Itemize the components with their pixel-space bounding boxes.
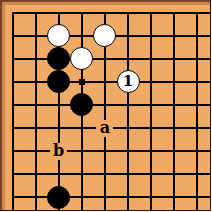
grid-line-vertical	[35, 12, 37, 212]
grid-line-horizontal	[12, 12, 212, 14]
hoshi-star-point	[79, 79, 85, 85]
white-stone-move-1: 1	[117, 70, 140, 93]
board-edge-highlight-left	[2, 0, 5, 211]
grid-line-vertical	[150, 12, 152, 212]
white-stone	[93, 24, 116, 47]
black-stone	[70, 93, 93, 116]
point-label-a: a	[96, 120, 113, 137]
grid-line-vertical	[127, 12, 129, 212]
grid-line-vertical	[196, 12, 198, 212]
grid-line-horizontal	[12, 150, 212, 152]
board-edge-highlight-top	[0, 2, 211, 5]
grid-line-horizontal	[12, 196, 212, 198]
board-edge-dark-top	[0, 0, 211, 2]
grid-line-vertical	[173, 12, 175, 212]
grid-line-horizontal	[12, 81, 212, 83]
grid-line-horizontal	[12, 104, 212, 106]
black-stone	[47, 70, 70, 93]
point-label-b: b	[50, 143, 67, 160]
white-stone	[70, 47, 93, 70]
board-edge-dark-left	[0, 0, 2, 211]
grid-line-horizontal	[12, 58, 212, 60]
grid-line-horizontal	[12, 173, 212, 175]
grid-line-vertical	[12, 12, 14, 212]
black-stone	[47, 47, 70, 70]
white-stone	[47, 24, 70, 47]
move-number: 1	[123, 74, 133, 89]
black-stone	[47, 186, 70, 209]
go-board: 1ab	[0, 0, 211, 211]
